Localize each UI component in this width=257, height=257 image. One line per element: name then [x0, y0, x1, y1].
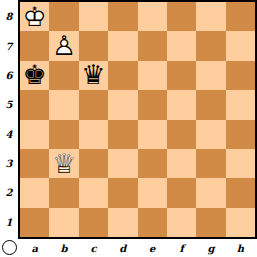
square-d1[interactable]	[108, 208, 137, 237]
square-g6[interactable]	[196, 61, 225, 90]
square-h7[interactable]	[226, 31, 255, 60]
square-c5[interactable]	[79, 90, 108, 119]
rank-label-7: 7	[0, 31, 18, 60]
white-pawn-b7[interactable]: ♟♙	[49, 31, 78, 60]
square-h3[interactable]	[226, 149, 255, 178]
file-label-f: f	[167, 239, 196, 257]
white-queen-b3[interactable]: ♛♕	[49, 149, 78, 178]
square-f4[interactable]	[167, 120, 196, 149]
rank-label-8: 8	[0, 2, 18, 31]
square-a3[interactable]	[20, 149, 49, 178]
square-e3[interactable]	[138, 149, 167, 178]
white-king-a8[interactable]: ♚♔	[20, 2, 49, 31]
square-h2[interactable]	[226, 178, 255, 207]
piece-glyph: ♛	[79, 61, 108, 90]
square-b5[interactable]	[49, 90, 78, 119]
square-b8[interactable]	[49, 2, 78, 31]
square-b3[interactable]: ♛♕	[49, 149, 78, 178]
rank-label-4: 4	[0, 120, 18, 149]
rank-labels: 87654321	[0, 2, 18, 237]
file-label-a: a	[20, 239, 49, 257]
rank-label-1: 1	[0, 208, 18, 237]
square-d3[interactable]	[108, 149, 137, 178]
square-f6[interactable]	[167, 61, 196, 90]
square-f1[interactable]	[167, 208, 196, 237]
square-a4[interactable]	[20, 120, 49, 149]
file-labels: abcdefgh	[20, 239, 255, 257]
square-c8[interactable]	[79, 2, 108, 31]
rank-label-5: 5	[0, 90, 18, 119]
square-d4[interactable]	[108, 120, 137, 149]
square-f3[interactable]	[167, 149, 196, 178]
piece-glyph: ♔	[20, 2, 49, 31]
square-h1[interactable]	[226, 208, 255, 237]
square-g7[interactable]	[196, 31, 225, 60]
square-c6[interactable]: ♛	[79, 61, 108, 90]
square-c7[interactable]	[79, 31, 108, 60]
square-a1[interactable]	[20, 208, 49, 237]
square-d2[interactable]	[108, 178, 137, 207]
square-a5[interactable]	[20, 90, 49, 119]
white-to-move-indicator	[2, 240, 17, 255]
square-c3[interactable]	[79, 149, 108, 178]
square-g5[interactable]	[196, 90, 225, 119]
square-e6[interactable]	[138, 61, 167, 90]
square-g3[interactable]	[196, 149, 225, 178]
square-h4[interactable]	[226, 120, 255, 149]
file-label-b: b	[49, 239, 78, 257]
square-a8[interactable]: ♚♔	[20, 2, 49, 31]
square-d7[interactable]	[108, 31, 137, 60]
square-d6[interactable]	[108, 61, 137, 90]
square-e4[interactable]	[138, 120, 167, 149]
black-queen-c6[interactable]: ♛	[79, 61, 108, 90]
file-label-g: g	[196, 239, 225, 257]
square-e7[interactable]	[138, 31, 167, 60]
square-a7[interactable]	[20, 31, 49, 60]
black-king-a6[interactable]: ♚	[20, 61, 49, 90]
square-g1[interactable]	[196, 208, 225, 237]
square-f2[interactable]	[167, 178, 196, 207]
square-h8[interactable]	[226, 2, 255, 31]
square-b2[interactable]	[49, 178, 78, 207]
square-a6[interactable]: ♚	[20, 61, 49, 90]
square-b1[interactable]	[49, 208, 78, 237]
square-g2[interactable]	[196, 178, 225, 207]
square-e8[interactable]	[138, 2, 167, 31]
square-c4[interactable]	[79, 120, 108, 149]
square-e2[interactable]	[138, 178, 167, 207]
square-d5[interactable]	[108, 90, 137, 119]
piece-glyph: ♕	[49, 149, 78, 178]
square-f7[interactable]	[167, 31, 196, 60]
chess-diagram: 87654321 ♚♔♟♙♚♛♛♕ abcdefgh	[0, 0, 257, 257]
rank-label-2: 2	[0, 178, 18, 207]
square-h6[interactable]	[226, 61, 255, 90]
square-e1[interactable]	[138, 208, 167, 237]
square-g4[interactable]	[196, 120, 225, 149]
file-label-h: h	[226, 239, 255, 257]
piece-glyph: ♚	[20, 61, 49, 90]
square-g8[interactable]	[196, 2, 225, 31]
rank-label-6: 6	[0, 61, 18, 90]
square-c1[interactable]	[79, 208, 108, 237]
square-b6[interactable]	[49, 61, 78, 90]
square-e5[interactable]	[138, 90, 167, 119]
rank-label-3: 3	[0, 149, 18, 178]
square-d8[interactable]	[108, 2, 137, 31]
piece-glyph: ♙	[49, 31, 78, 60]
chess-board[interactable]: ♚♔♟♙♚♛♛♕	[18, 0, 257, 239]
file-label-c: c	[79, 239, 108, 257]
file-label-e: e	[138, 239, 167, 257]
file-label-d: d	[108, 239, 137, 257]
square-b4[interactable]	[49, 120, 78, 149]
square-f8[interactable]	[167, 2, 196, 31]
square-c2[interactable]	[79, 178, 108, 207]
square-a2[interactable]	[20, 178, 49, 207]
square-h5[interactable]	[226, 90, 255, 119]
square-b7[interactable]: ♟♙	[49, 31, 78, 60]
square-f5[interactable]	[167, 90, 196, 119]
